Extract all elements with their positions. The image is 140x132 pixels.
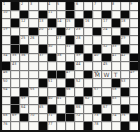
grid-cell[interactable] xyxy=(29,97,37,105)
clue-number: 61 xyxy=(57,97,61,100)
grid-cell[interactable] xyxy=(130,45,138,53)
clue-number: 54 xyxy=(3,88,7,91)
black-cell xyxy=(11,2,19,10)
black-cell xyxy=(11,19,19,27)
grid-cell[interactable]: 69 xyxy=(11,114,19,122)
grid-cell[interactable] xyxy=(11,28,19,36)
grid-cell[interactable] xyxy=(2,19,10,27)
clue-number: 67 xyxy=(103,105,107,108)
black-cell xyxy=(121,105,129,113)
grid-cell[interactable] xyxy=(29,71,37,79)
grid-cell[interactable]: 12 xyxy=(20,19,28,27)
grid-cell[interactable] xyxy=(130,88,138,96)
clue-number: 4 xyxy=(48,2,50,5)
black-cell xyxy=(121,45,129,53)
clue-number: 65 xyxy=(39,105,43,108)
grid-cell[interactable]: 18 xyxy=(121,19,129,27)
grid-cell[interactable] xyxy=(57,105,65,113)
clue-number: 53 xyxy=(121,79,125,82)
clue-number: 33 xyxy=(112,45,116,48)
grid-cell[interactable] xyxy=(130,11,138,19)
black-cell xyxy=(93,28,101,36)
grid-cell[interactable] xyxy=(93,97,101,105)
grid-cell[interactable]: 49 xyxy=(130,71,138,79)
grid-cell[interactable]: 26 xyxy=(29,36,37,44)
grid-cell[interactable] xyxy=(29,79,37,87)
black-cell xyxy=(48,19,56,27)
grid-cell[interactable]: 33 xyxy=(112,45,120,53)
black-cell xyxy=(48,71,56,79)
black-cell xyxy=(75,97,83,105)
black-cell xyxy=(121,88,129,96)
grid-cell[interactable]: 5 xyxy=(57,2,65,10)
grid-cell[interactable]: 60 xyxy=(48,97,56,105)
black-cell xyxy=(93,105,101,113)
grid-cell[interactable]: 72 xyxy=(75,114,83,122)
grid-cell[interactable]: 71 xyxy=(48,114,56,122)
grid-cell[interactable]: 74 xyxy=(112,114,120,122)
black-cell xyxy=(102,97,110,105)
black-cell xyxy=(130,114,138,122)
grid-cell[interactable] xyxy=(39,62,47,70)
grid-cell[interactable]: 1 xyxy=(2,2,10,10)
grid-cell[interactable] xyxy=(11,122,19,130)
black-cell xyxy=(130,62,138,70)
grid-cell[interactable] xyxy=(112,28,120,36)
black-cell xyxy=(39,11,47,19)
grid-cell[interactable] xyxy=(29,19,37,27)
clue-number: 58 xyxy=(112,88,116,91)
grid-cell[interactable]: 15 xyxy=(66,19,74,27)
black-cell xyxy=(20,88,28,96)
grid-cell[interactable]: 8 xyxy=(112,2,120,10)
grid-cell[interactable] xyxy=(130,105,138,113)
grid-cell[interactable] xyxy=(93,62,101,70)
grid-cell[interactable] xyxy=(112,122,120,130)
grid-cell[interactable]: 44 xyxy=(75,62,83,70)
grid-cell[interactable] xyxy=(11,79,19,87)
clue-number: 16 xyxy=(85,19,89,22)
grid-cell[interactable] xyxy=(75,88,83,96)
grid-cell[interactable] xyxy=(130,19,138,27)
grid-cell[interactable] xyxy=(2,36,10,44)
grid-cell[interactable]: 38 xyxy=(57,54,65,62)
grid-cell[interactable] xyxy=(39,88,47,96)
grid-cell[interactable] xyxy=(102,79,110,87)
clue-number: 14 xyxy=(57,19,61,22)
grid-cell[interactable] xyxy=(84,45,92,53)
clue-number: 8 xyxy=(112,2,114,5)
grid-cell[interactable] xyxy=(29,62,37,70)
grid-cell[interactable] xyxy=(11,11,19,19)
grid-cell[interactable] xyxy=(121,71,129,79)
grid-cell[interactable] xyxy=(39,71,47,79)
grid-cell[interactable]: 68 xyxy=(2,114,10,122)
clue-number: 78 xyxy=(94,122,98,125)
grid-cell[interactable]: 7 xyxy=(93,2,101,10)
grid-cell[interactable]: 28 xyxy=(75,36,83,44)
grid-cell[interactable] xyxy=(29,105,37,113)
grid-cell[interactable] xyxy=(84,79,92,87)
grid-cell[interactable] xyxy=(75,11,83,19)
grid-cell[interactable] xyxy=(112,62,120,70)
grid-cell[interactable] xyxy=(29,54,37,62)
grid-cell[interactable]: 37 xyxy=(39,54,47,62)
grid-cell[interactable] xyxy=(84,105,92,113)
grid-cell[interactable] xyxy=(66,54,74,62)
clue-number: 28 xyxy=(76,36,80,39)
grid-cell[interactable] xyxy=(20,62,28,70)
grid-cell[interactable] xyxy=(29,11,37,19)
grid-cell[interactable] xyxy=(102,36,110,44)
grid-cell[interactable]: 57 xyxy=(93,88,101,96)
grid-cell[interactable]: 17 xyxy=(102,19,110,27)
grid-cell[interactable]: 22 xyxy=(66,28,74,36)
entered-letter: W xyxy=(102,72,110,79)
grid-cell[interactable] xyxy=(11,71,19,79)
clue-number: 69 xyxy=(12,114,16,117)
entered-letter: T xyxy=(112,72,120,79)
grid-cell[interactable] xyxy=(121,97,129,105)
grid-cell[interactable]: 32 xyxy=(102,45,110,53)
grid-cell[interactable]: 31 xyxy=(66,45,74,53)
clue-number: 44 xyxy=(76,62,80,65)
clue-number: 57 xyxy=(94,88,98,91)
black-cell xyxy=(11,105,19,113)
clue-number: 17 xyxy=(103,19,107,22)
clue-number: 25 xyxy=(21,36,25,39)
clue-number: 30 xyxy=(48,45,52,48)
black-cell xyxy=(11,45,19,53)
grid-cell[interactable] xyxy=(11,88,19,96)
black-cell xyxy=(66,105,74,113)
grid-cell[interactable]: 39 xyxy=(75,54,83,62)
grid-cell[interactable]: 13 xyxy=(39,19,47,27)
grid-cell[interactable] xyxy=(39,114,47,122)
grid-cell[interactable]: 21 xyxy=(48,28,56,36)
grid-cell[interactable]: 61 xyxy=(57,97,65,105)
black-cell xyxy=(11,36,19,44)
clue-number: 51 xyxy=(48,79,52,82)
clue-number: 27 xyxy=(57,36,61,39)
clue-number: 35 xyxy=(12,54,16,57)
black-cell xyxy=(84,88,92,96)
grid-cell[interactable]: 24 xyxy=(102,28,110,36)
grid-cell[interactable]: 42 xyxy=(121,54,129,62)
grid-cell[interactable] xyxy=(57,45,65,53)
black-cell xyxy=(57,28,65,36)
black-cell xyxy=(66,11,74,19)
grid-cell[interactable] xyxy=(2,45,10,53)
grid-cell[interactable]: 78 xyxy=(93,122,101,130)
grid-cell[interactable] xyxy=(48,62,56,70)
grid-cell[interactable] xyxy=(2,105,10,113)
grid-cell[interactable] xyxy=(130,36,138,44)
grid-cell[interactable]: 20 xyxy=(39,28,47,36)
clue-number: 70 xyxy=(30,114,34,117)
grid-cell[interactable]: 59 xyxy=(20,97,28,105)
clue-number: 37 xyxy=(39,54,43,57)
clue-number: 43 xyxy=(12,62,16,65)
black-cell xyxy=(112,36,120,44)
black-cell xyxy=(66,114,74,122)
grid-cell[interactable]: 36 xyxy=(20,54,28,62)
grid-cell[interactable] xyxy=(75,71,83,79)
grid-cell[interactable]: 41 xyxy=(112,54,120,62)
clue-number: 1 xyxy=(3,2,5,5)
clue-number: 62 xyxy=(85,97,89,100)
grid-cell[interactable]: 62 xyxy=(84,97,92,105)
grid-cell[interactable]: 6 xyxy=(75,2,83,10)
grid-cell[interactable] xyxy=(75,122,83,130)
clue-number: 46 xyxy=(3,71,7,74)
clue-number: 11 xyxy=(48,11,52,14)
clue-number: 26 xyxy=(30,36,34,39)
grid-cell[interactable] xyxy=(20,122,28,130)
black-cell xyxy=(75,45,83,53)
grid-cell[interactable] xyxy=(93,36,101,44)
grid-cell[interactable] xyxy=(112,11,120,19)
clue-number: 15 xyxy=(66,19,70,22)
clue-number: 39 xyxy=(76,54,80,57)
grid-cell[interactable] xyxy=(20,28,28,36)
grid-cell[interactable]: 9 xyxy=(130,2,138,10)
black-cell xyxy=(39,122,47,130)
black-cell xyxy=(11,97,19,105)
grid-cell[interactable]: 43 xyxy=(11,62,19,70)
grid-cell[interactable]: 53 xyxy=(121,79,129,87)
grid-cell[interactable]: 50 xyxy=(2,79,10,87)
grid-cell[interactable]: 56 xyxy=(66,88,74,96)
grid-cell[interactable] xyxy=(57,122,65,130)
black-cell xyxy=(57,88,65,96)
grid-cell[interactable]: 25 xyxy=(20,36,28,44)
grid-cell[interactable]: 11 xyxy=(48,11,56,19)
grid-cell[interactable]: 46 xyxy=(2,71,10,79)
clue-number: 38 xyxy=(57,54,61,57)
clue-number: 3 xyxy=(30,2,32,5)
black-cell xyxy=(112,19,120,27)
clue-number: 74 xyxy=(112,114,116,117)
clue-number: 60 xyxy=(48,97,52,100)
grid-cell[interactable] xyxy=(66,122,74,130)
black-cell xyxy=(66,2,74,10)
clue-number: 2 xyxy=(21,2,23,5)
grid-cell[interactable]: 64 xyxy=(20,105,28,113)
grid-cell[interactable] xyxy=(20,79,28,87)
black-cell xyxy=(84,122,92,130)
grid-cell[interactable]: 66 xyxy=(75,105,83,113)
grid-cell[interactable]: 23 xyxy=(75,28,83,36)
grid-cell[interactable] xyxy=(20,71,28,79)
grid-cell[interactable] xyxy=(39,2,47,10)
grid-cell[interactable]: 51 xyxy=(48,79,56,87)
clue-number: 31 xyxy=(66,45,70,48)
clue-number: 40 xyxy=(94,54,98,57)
grid-cell[interactable] xyxy=(48,36,56,44)
grid-cell[interactable] xyxy=(84,36,92,44)
grid-cell[interactable]: W xyxy=(102,71,110,79)
black-cell xyxy=(66,36,74,44)
grid-cell[interactable] xyxy=(84,28,92,36)
black-cell xyxy=(121,28,129,36)
grid-cell[interactable] xyxy=(102,88,110,96)
grid-cell[interactable]: 63 xyxy=(112,97,120,105)
grid-cell[interactable]: 47 xyxy=(66,71,74,79)
black-cell xyxy=(20,11,28,19)
clue-number: 59 xyxy=(21,97,25,100)
grid-cell[interactable] xyxy=(130,122,138,130)
black-cell xyxy=(102,11,110,19)
clue-number: 36 xyxy=(21,54,25,57)
black-cell xyxy=(39,79,47,87)
clue-number: 10 xyxy=(3,11,7,14)
grid-cell[interactable] xyxy=(66,97,74,105)
grid-cell[interactable]: 55 xyxy=(29,88,37,96)
black-cell xyxy=(121,11,129,19)
grid-cell[interactable]: 67 xyxy=(102,105,110,113)
grid-cell[interactable]: 48M xyxy=(93,71,101,79)
clue-number: 64 xyxy=(21,105,25,108)
grid-cell[interactable]: 19 xyxy=(2,28,10,36)
clue-number: 7 xyxy=(94,2,96,5)
clue-number: 71 xyxy=(48,114,52,117)
clue-number: 6 xyxy=(76,2,78,5)
grid-cell[interactable]: 10 xyxy=(2,11,10,19)
grid-cell[interactable] xyxy=(39,36,47,44)
grid-cell[interactable] xyxy=(29,122,37,130)
clue-number: 75 xyxy=(121,114,125,117)
grid-cell[interactable]: 29 xyxy=(121,36,129,44)
clue-number: 21 xyxy=(48,28,52,31)
clue-number: 49 xyxy=(130,71,134,74)
clue-number: 9 xyxy=(130,2,132,5)
clue-number: 73 xyxy=(94,114,98,117)
black-cell xyxy=(29,28,37,36)
black-cell xyxy=(93,45,101,53)
clue-number: 32 xyxy=(103,45,107,48)
clue-number: 29 xyxy=(121,36,125,39)
grid-cell[interactable]: 77 xyxy=(48,122,56,130)
clue-number: 22 xyxy=(66,28,70,31)
clue-number: 55 xyxy=(30,88,34,91)
grid-cell[interactable] xyxy=(48,88,56,96)
black-cell xyxy=(66,62,74,70)
black-cell xyxy=(57,114,65,122)
black-cell xyxy=(121,122,129,130)
grid-cell[interactable]: 52 xyxy=(75,79,83,87)
grid-cell[interactable] xyxy=(84,114,92,122)
clue-number: 47 xyxy=(66,71,70,74)
black-cell xyxy=(102,114,110,122)
clue-number: 34 xyxy=(3,54,7,57)
black-cell xyxy=(2,62,10,70)
grid-cell[interactable] xyxy=(102,2,110,10)
grid-cell[interactable] xyxy=(93,19,101,27)
black-cell xyxy=(102,54,110,62)
black-cell xyxy=(57,71,65,79)
clue-number: 23 xyxy=(76,28,80,31)
grid-cell[interactable]: 4 xyxy=(48,2,56,10)
grid-cell[interactable]: 58 xyxy=(112,88,120,96)
black-cell xyxy=(130,54,138,62)
grid-cell[interactable]: 2 xyxy=(20,2,28,10)
clue-number: 63 xyxy=(112,97,116,100)
grid-cell[interactable]: 76 xyxy=(2,122,10,130)
grid-cell[interactable]: 75 xyxy=(121,114,129,122)
grid-cell[interactable] xyxy=(130,28,138,36)
clue-number: 41 xyxy=(112,54,116,57)
grid-cell[interactable] xyxy=(121,62,129,70)
black-cell xyxy=(75,19,83,27)
grid-cell[interactable]: 34 xyxy=(2,54,10,62)
grid-cell[interactable] xyxy=(57,62,65,70)
grid-cell[interactable] xyxy=(121,2,129,10)
black-cell xyxy=(39,97,47,105)
grid-cell[interactable]: 30 xyxy=(48,45,56,53)
grid-cell[interactable]: 16 xyxy=(84,19,92,27)
crossword-puzzle: 1234567891011121314151617181920212223242… xyxy=(0,0,140,132)
grid-cell[interactable]: 54 xyxy=(2,88,10,96)
black-cell xyxy=(66,79,74,87)
clue-number: 24 xyxy=(103,28,107,31)
grid-cell[interactable]: 40 xyxy=(93,54,101,62)
grid-cell[interactable] xyxy=(84,62,92,70)
grid-cell[interactable] xyxy=(29,45,37,53)
grid-cell[interactable] xyxy=(84,2,92,10)
grid-cell[interactable] xyxy=(57,79,65,87)
clue-number: 77 xyxy=(48,122,52,125)
grid-cell[interactable]: 35 xyxy=(11,54,19,62)
grid-cell[interactable]: 73 xyxy=(93,114,101,122)
clue-number: 45 xyxy=(103,62,107,65)
grid-cell[interactable]: 14 xyxy=(57,19,65,27)
clue-number: 76 xyxy=(3,122,7,125)
clue-number: 72 xyxy=(76,114,80,117)
clue-number: 52 xyxy=(76,79,80,82)
black-cell xyxy=(112,79,120,87)
black-cell xyxy=(48,105,56,113)
clue-number: 13 xyxy=(39,19,43,22)
grid-cell[interactable] xyxy=(93,79,101,87)
clue-number: 50 xyxy=(3,79,7,82)
grid-cell[interactable]: 65 xyxy=(39,105,47,113)
clue-number: 56 xyxy=(66,88,70,91)
grid-cell[interactable]: T xyxy=(112,71,120,79)
black-cell xyxy=(20,114,28,122)
grid-cell[interactable]: 27 xyxy=(57,36,65,44)
clue-number: 68 xyxy=(3,114,7,117)
clue-number: 19 xyxy=(3,28,7,31)
crossword-board: 1234567891011121314151617181920212223242… xyxy=(0,0,140,132)
grid-cell[interactable]: 3 xyxy=(29,2,37,10)
grid-cell[interactable] xyxy=(2,97,10,105)
black-cell xyxy=(20,45,28,53)
black-cell xyxy=(84,54,92,62)
grid-cell[interactable] xyxy=(93,11,101,19)
grid-cell[interactable] xyxy=(57,11,65,19)
black-cell xyxy=(84,71,92,79)
grid-cell[interactable] xyxy=(130,79,138,87)
grid-cell[interactable] xyxy=(112,105,120,113)
grid-cell[interactable] xyxy=(130,97,138,105)
grid-cell[interactable]: 70 xyxy=(29,114,37,122)
entered-letter: M xyxy=(93,72,101,79)
grid-cell[interactable] xyxy=(102,122,110,130)
grid-cell[interactable]: 45 xyxy=(102,62,110,70)
black-cell xyxy=(48,54,56,62)
black-cell xyxy=(84,11,92,19)
